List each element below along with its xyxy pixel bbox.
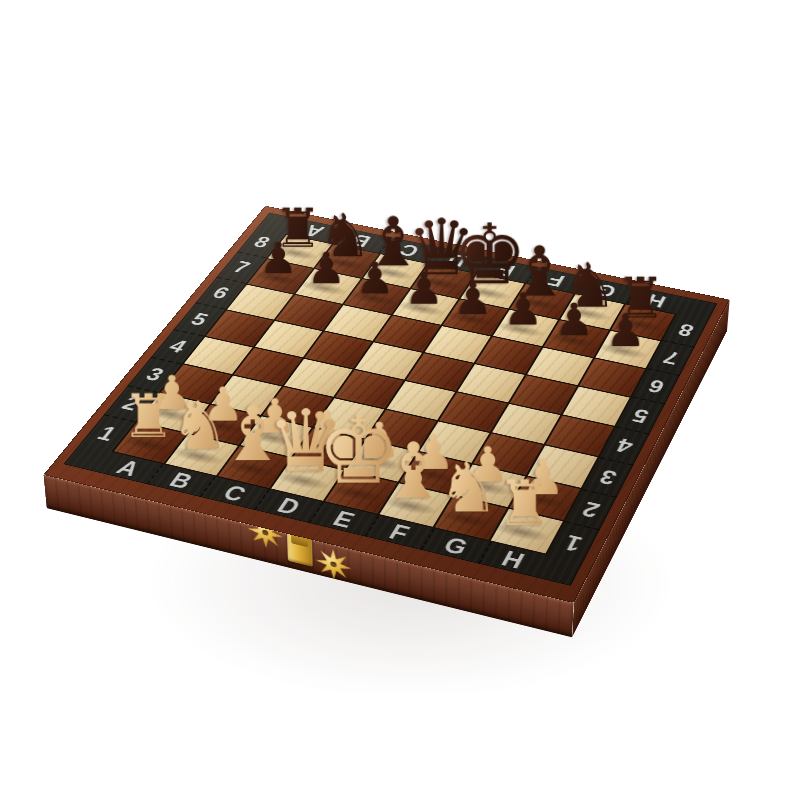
coord-label-c: C (219, 482, 250, 505)
coord-label-5: 5 (629, 406, 652, 426)
clasp-latch (287, 527, 313, 567)
coord-label-4: 4 (165, 337, 190, 355)
coord-label-5: 5 (187, 310, 212, 328)
clasp-star-plate-left (247, 513, 284, 552)
black-pawn-glyph: ♟ (566, 310, 684, 353)
coord-label-6: 6 (209, 284, 233, 301)
white-rook-glyph: ♜ (459, 474, 589, 534)
product-photo-scene: ABCDEFGH ABCDEFGH 87654321 87654321 ♜♞♝♛… (0, 0, 800, 800)
